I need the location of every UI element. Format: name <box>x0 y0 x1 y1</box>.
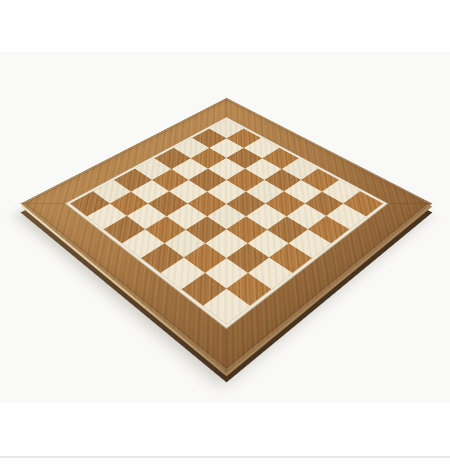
product-photo-page <box>0 0 450 467</box>
frame-mitre-seam <box>20 203 64 204</box>
frame-mitre-seam <box>226 98 227 117</box>
frame-mitre-seam <box>225 329 226 374</box>
frame-mitre-seam <box>388 203 432 204</box>
horizontal-divider <box>0 456 450 458</box>
